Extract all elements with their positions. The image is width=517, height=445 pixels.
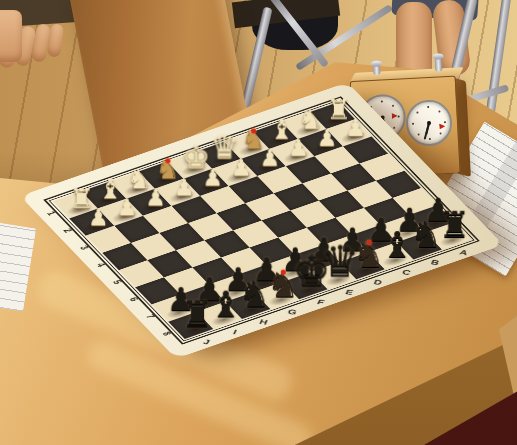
rank-label-6: 6 [125,294,142,305]
rank-label-8: 8 [158,329,175,340]
file-label-D: D [361,276,396,288]
piece-white-pawn[interactable]: ♟ [231,157,252,180]
piece-black-rook[interactable]: ♜ [439,207,471,243]
piece-black-bishop[interactable]: ♝ [210,286,242,322]
piece-black-knight[interactable]: ♞ [239,276,271,312]
piece-white-pawn[interactable]: ♟ [345,117,366,140]
rank-label-1: 1 [42,208,59,219]
file-label-F: F [303,296,338,308]
hand-arm [0,10,22,62]
rank-label-5: 5 [108,277,125,288]
file-label-E: E [332,286,367,298]
rank-label-7: 7 [141,311,158,322]
piece-white-pawn[interactable]: ♟ [260,147,281,170]
file-label-G: G [275,306,310,318]
piece-white-pawn[interactable]: ♟ [88,206,109,229]
piece-black-rook[interactable]: ♜ [181,296,213,332]
piece-black-knight[interactable]: ♞ [410,217,442,253]
minute-hand [424,123,430,140]
file-label-B: B [418,256,453,268]
piece-black-janus[interactable]: ♞ [267,267,299,303]
rank-label-2: 2 [59,225,76,236]
piece-black-bishop[interactable]: ♝ [381,227,413,263]
file-label-J: J [189,336,224,348]
clock-dial-right [405,99,453,147]
rank-label-3: 3 [75,243,92,254]
dial-center [427,121,431,125]
piece-white-pawn[interactable]: ♟ [317,127,338,150]
rank-label-4: 4 [92,260,109,271]
file-label-C: C [389,266,424,278]
red-flag-icon [391,113,397,119]
clock-button-left[interactable] [373,65,380,74]
clock-button-right[interactable] [435,58,443,71]
piece-white-pawn[interactable]: ♟ [145,186,166,209]
red-flag-icon [439,123,445,129]
piece-white-pawn[interactable]: ♟ [288,137,309,160]
file-label-I: I [218,326,253,338]
piece-white-pawn[interactable]: ♟ [117,196,138,219]
file-label-A: A [446,246,481,258]
file-label-H: H [246,316,281,328]
square-j8[interactable]: ♜ [168,312,213,339]
piece-white-pawn[interactable]: ♟ [174,176,195,199]
piece-white-pawn[interactable]: ♟ [203,166,224,189]
